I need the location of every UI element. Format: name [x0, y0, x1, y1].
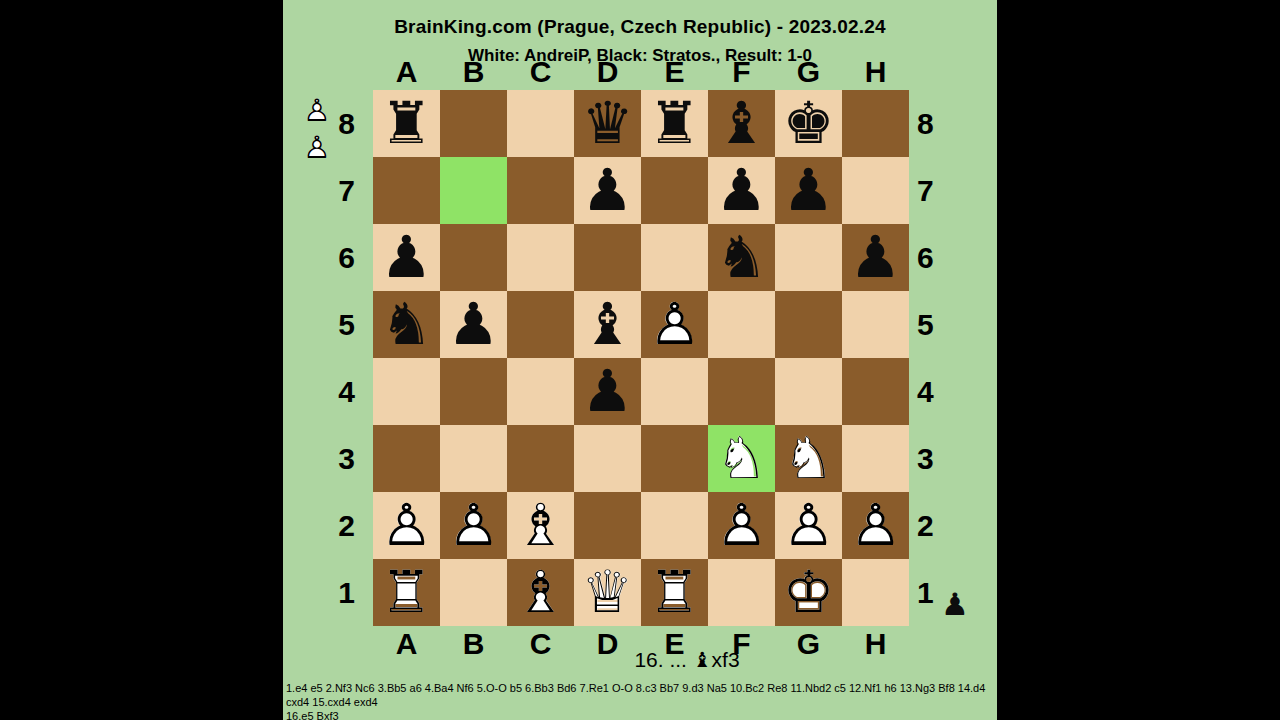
file-label-b: B — [440, 56, 507, 88]
captured-white-pawn: ♟♙ — [299, 92, 335, 129]
square-d5[interactable]: ♝ — [574, 291, 641, 358]
rank-label-5: 5 — [323, 291, 359, 358]
white-pawn[interactable]: ♟♙ — [775, 492, 842, 559]
rank-label-3: 3 — [913, 425, 949, 492]
file-label-d: D — [574, 56, 641, 88]
square-d6[interactable] — [574, 224, 641, 291]
square-g6[interactable] — [775, 224, 842, 291]
square-a5[interactable]: ♞ — [373, 291, 440, 358]
square-b5[interactable]: ♟ — [440, 291, 507, 358]
square-g1[interactable]: ♚♔ — [775, 559, 842, 626]
black-pawn-glyph: ♟ — [373, 224, 440, 291]
white-rook-outline: ♖ — [373, 559, 440, 626]
square-b1[interactable] — [440, 559, 507, 626]
black-pawn[interactable]: ♟ — [574, 358, 641, 425]
white-bishop-outline: ♗ — [507, 492, 574, 559]
square-f6[interactable]: ♞ — [708, 224, 775, 291]
square-a7[interactable] — [373, 157, 440, 224]
white-rook[interactable]: ♜♖ — [373, 559, 440, 626]
black-pawn-glyph: ♟ — [842, 224, 909, 291]
white-queen-outline: ♕ — [574, 559, 641, 626]
square-g5[interactable] — [775, 291, 842, 358]
rank-label-2: 2 — [913, 492, 949, 559]
square-h3[interactable] — [842, 425, 909, 492]
square-e5[interactable]: ♟♙ — [641, 291, 708, 358]
game-title: BrainKing.com (Prague, Czech Republic) -… — [283, 16, 997, 38]
square-h7[interactable] — [842, 157, 909, 224]
rank-label-3: 3 — [323, 425, 359, 492]
rank-label-6: 6 — [323, 224, 359, 291]
square-c6[interactable] — [507, 224, 574, 291]
file-label-c: C — [507, 56, 574, 88]
black-pawn-glyph: ♟ — [775, 157, 842, 224]
black-pawn[interactable]: ♟ — [440, 291, 507, 358]
rank-label-4: 4 — [323, 358, 359, 425]
square-f1[interactable] — [708, 559, 775, 626]
file-label-f: F — [708, 56, 775, 88]
white-pawn[interactable]: ♟♙ — [641, 291, 708, 358]
rank-label-7: 7 — [323, 157, 359, 224]
square-g3[interactable]: ♞♘ — [775, 425, 842, 492]
white-knight[interactable]: ♞♘ — [775, 425, 842, 492]
white-pawn[interactable]: ♟♙ — [708, 492, 775, 559]
white-bishop[interactable]: ♝♗ — [507, 492, 574, 559]
white-pawn-outline: ♙ — [708, 492, 775, 559]
white-pawn-outline: ♙ — [440, 492, 507, 559]
black-knight[interactable]: ♞ — [708, 224, 775, 291]
square-e7[interactable] — [641, 157, 708, 224]
black-rook-glyph: ♜ — [373, 90, 440, 157]
white-pawn-outline: ♙ — [842, 492, 909, 559]
white-knight-outline: ♘ — [708, 425, 775, 492]
file-label-g: G — [775, 56, 842, 88]
rank-labels-left: 87654321 — [323, 90, 359, 626]
square-h1[interactable] — [842, 559, 909, 626]
square-g7[interactable]: ♟ — [775, 157, 842, 224]
square-b3[interactable] — [440, 425, 507, 492]
black-pawn-glyph: ♟ — [574, 358, 641, 425]
black-pawn-glyph: ♟ — [574, 157, 641, 224]
square-f2[interactable]: ♟♙ — [708, 492, 775, 559]
square-e2[interactable] — [641, 492, 708, 559]
white-knight[interactable]: ♞♘ — [708, 425, 775, 492]
black-pawn[interactable]: ♟ — [775, 157, 842, 224]
square-h2[interactable]: ♟♙ — [842, 492, 909, 559]
square-e1[interactable]: ♜♖ — [641, 559, 708, 626]
square-b4[interactable] — [440, 358, 507, 425]
square-a3[interactable] — [373, 425, 440, 492]
captured-white-pieces-tray: ♟♙♟♙ — [299, 92, 335, 166]
square-e4[interactable] — [641, 358, 708, 425]
square-b8[interactable] — [440, 90, 507, 157]
square-g8[interactable]: ♚ — [775, 90, 842, 157]
white-knight-outline: ♘ — [775, 425, 842, 492]
screenshot-canvas: BrainKing.com (Prague, Czech Republic) -… — [0, 0, 1280, 720]
chess-board[interactable]: ♜♛♜♝♚♟♟♟♟♞♟♞♟♝♟♙♟♞♘♞♘♟♙♟♙♝♗♟♙♟♙♟♙♜♖♝♗♛♕♜… — [373, 90, 909, 626]
square-d8[interactable]: ♛ — [574, 90, 641, 157]
square-c7[interactable] — [507, 157, 574, 224]
black-pawn[interactable]: ♟ — [373, 224, 440, 291]
move-list-line-2: 16.e5 Bxf3 — [286, 709, 992, 720]
square-c3[interactable] — [507, 425, 574, 492]
white-bishop[interactable]: ♝♗ — [507, 559, 574, 626]
square-d2[interactable] — [574, 492, 641, 559]
black-rook[interactable]: ♜ — [641, 90, 708, 157]
rank-label-4: 4 — [913, 358, 949, 425]
black-pawn[interactable]: ♟ — [708, 157, 775, 224]
captured-black-pawn: ♟ — [937, 586, 973, 623]
black-knight[interactable]: ♞ — [373, 291, 440, 358]
square-e3[interactable] — [641, 425, 708, 492]
rank-label-8: 8 — [913, 90, 949, 157]
black-pawn[interactable]: ♟ — [574, 157, 641, 224]
white-queen[interactable]: ♛♕ — [574, 559, 641, 626]
black-bishop[interactable]: ♝ — [708, 90, 775, 157]
square-d7[interactable]: ♟ — [574, 157, 641, 224]
square-g4[interactable] — [775, 358, 842, 425]
square-f5[interactable] — [708, 291, 775, 358]
rank-label-6: 6 — [913, 224, 949, 291]
captured-black-pieces-tray: ♟ — [937, 586, 973, 623]
square-c5[interactable] — [507, 291, 574, 358]
last-move-caption: 16. ... ♝xf3 — [373, 648, 909, 672]
square-a6[interactable]: ♟ — [373, 224, 440, 291]
black-king-glyph: ♚ — [775, 90, 842, 157]
square-f8[interactable]: ♝ — [708, 90, 775, 157]
white-pawn-outline: ♙ — [641, 291, 708, 358]
rank-label-5: 5 — [913, 291, 949, 358]
black-rook[interactable]: ♜ — [373, 90, 440, 157]
white-rook-outline: ♖ — [641, 559, 708, 626]
square-d1[interactable]: ♛♕ — [574, 559, 641, 626]
square-g2[interactable]: ♟♙ — [775, 492, 842, 559]
square-f3[interactable]: ♞♘ — [708, 425, 775, 492]
rank-label-7: 7 — [913, 157, 949, 224]
file-label-e: E — [641, 56, 708, 88]
black-knight-glyph: ♞ — [373, 291, 440, 358]
square-d3[interactable] — [574, 425, 641, 492]
square-f7[interactable]: ♟ — [708, 157, 775, 224]
square-h4[interactable] — [842, 358, 909, 425]
game-area: BrainKing.com (Prague, Czech Republic) -… — [283, 0, 997, 720]
white-rook[interactable]: ♜♖ — [641, 559, 708, 626]
square-c1[interactable]: ♝♗ — [507, 559, 574, 626]
white-pawn-outline: ♙ — [373, 492, 440, 559]
square-h6[interactable]: ♟ — [842, 224, 909, 291]
white-pawn[interactable]: ♟♙ — [373, 492, 440, 559]
captured-black-pawn-glyph: ♟ — [937, 586, 973, 623]
square-c8[interactable] — [507, 90, 574, 157]
square-e8[interactable]: ♜ — [641, 90, 708, 157]
square-a8[interactable]: ♜ — [373, 90, 440, 157]
rank-label-2: 2 — [323, 492, 359, 559]
black-knight-glyph: ♞ — [708, 224, 775, 291]
square-h8[interactable] — [842, 90, 909, 157]
captured-white-pawn: ♟♙ — [299, 129, 335, 166]
square-c4[interactable] — [507, 358, 574, 425]
white-king[interactable]: ♚♔ — [775, 559, 842, 626]
black-bishop[interactable]: ♝ — [574, 291, 641, 358]
file-labels-top: ABCDEFGH — [373, 56, 909, 88]
white-pawn-outline: ♙ — [775, 492, 842, 559]
square-b7[interactable] — [440, 157, 507, 224]
square-e6[interactable] — [641, 224, 708, 291]
move-list-line-1: 1.e4 e5 2.Nf3 Nc6 3.Bb5 a6 4.Ba4 Nf6 5.O… — [286, 681, 992, 709]
black-bishop-glyph: ♝ — [708, 90, 775, 157]
square-a2[interactable]: ♟♙ — [373, 492, 440, 559]
move-list: 1.e4 e5 2.Nf3 Nc6 3.Bb5 a6 4.Ba4 Nf6 5.O… — [286, 681, 992, 720]
square-h5[interactable] — [842, 291, 909, 358]
white-king-outline: ♔ — [775, 559, 842, 626]
square-b2[interactable]: ♟♙ — [440, 492, 507, 559]
square-c2[interactable]: ♝♗ — [507, 492, 574, 559]
black-queen-glyph: ♛ — [574, 90, 641, 157]
black-king[interactable]: ♚ — [775, 90, 842, 157]
square-a4[interactable] — [373, 358, 440, 425]
rank-label-1: 1 — [323, 559, 359, 626]
black-pawn-glyph: ♟ — [440, 291, 507, 358]
black-rook-glyph: ♜ — [641, 90, 708, 157]
white-pawn[interactable]: ♟♙ — [842, 492, 909, 559]
white-pawn[interactable]: ♟♙ — [440, 492, 507, 559]
square-f4[interactable] — [708, 358, 775, 425]
white-bishop-outline: ♗ — [507, 559, 574, 626]
black-pawn[interactable]: ♟ — [842, 224, 909, 291]
captured-white-pawn-outline: ♙ — [299, 129, 335, 166]
black-pawn-glyph: ♟ — [708, 157, 775, 224]
square-d4[interactable]: ♟ — [574, 358, 641, 425]
file-label-a: A — [373, 56, 440, 88]
square-b6[interactable] — [440, 224, 507, 291]
square-a1[interactable]: ♜♖ — [373, 559, 440, 626]
black-bishop-glyph: ♝ — [574, 291, 641, 358]
captured-white-pawn-outline: ♙ — [299, 92, 335, 129]
rank-labels-right: 87654321 — [913, 90, 949, 626]
black-queen[interactable]: ♛ — [574, 90, 641, 157]
file-label-h: H — [842, 56, 909, 88]
